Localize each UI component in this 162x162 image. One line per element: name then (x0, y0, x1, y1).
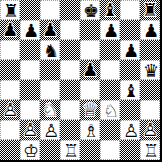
square-d4[interactable] (60, 80, 80, 100)
square-c5[interactable] (40, 60, 60, 80)
white-knight-halo: ♞ (101, 101, 120, 120)
square-a3[interactable]: ♟♙ (0, 100, 20, 120)
black-queen: ♛ (141, 61, 160, 80)
square-e4[interactable] (80, 80, 100, 100)
white-rook: ♖ (141, 141, 160, 160)
black-pawn: ♟ (141, 21, 160, 40)
square-c7[interactable]: ♟♟ (40, 20, 60, 40)
square-h7[interactable]: ♟♟ (140, 20, 160, 40)
square-b6[interactable] (20, 40, 40, 60)
black-rook-halo: ♜ (1, 1, 20, 20)
square-a4[interactable] (0, 80, 20, 100)
square-h1[interactable]: ♜♖ (140, 140, 160, 160)
square-d1[interactable]: ♜♖ (60, 140, 80, 160)
black-king: ♚ (81, 1, 100, 20)
black-bishop: ♝ (121, 81, 140, 100)
white-bishop: ♗ (81, 121, 100, 140)
square-h2[interactable]: ♟♙ (140, 120, 160, 140)
white-pawn-halo: ♟ (121, 121, 140, 140)
square-g1[interactable] (120, 140, 140, 160)
square-h4[interactable] (140, 80, 160, 100)
black-pawn: ♟ (121, 41, 140, 60)
white-pawn-halo: ♟ (0, 100, 20, 120)
white-queen: ♕ (80, 100, 100, 120)
square-g7[interactable] (120, 20, 140, 40)
black-pawn: ♟ (40, 20, 60, 40)
white-pawn: ♙ (0, 100, 20, 120)
black-queen-halo: ♛ (141, 61, 160, 80)
square-d3[interactable] (60, 100, 80, 120)
black-pawn-halo: ♟ (0, 20, 20, 40)
square-c2[interactable]: ♟♙ (40, 120, 60, 140)
square-f6[interactable] (100, 40, 120, 60)
square-d8[interactable] (60, 0, 80, 20)
square-f4[interactable] (100, 80, 120, 100)
square-b2[interactable]: ♟♙ (20, 120, 40, 140)
black-pawn-halo: ♟ (141, 21, 160, 40)
white-knight: ♘ (40, 100, 60, 120)
square-d6[interactable] (60, 40, 80, 60)
white-pawn-halo: ♟ (41, 121, 60, 140)
square-d5[interactable] (60, 60, 80, 80)
square-c6[interactable]: ♞♞ (40, 40, 60, 60)
black-knight-halo: ♞ (41, 41, 60, 60)
chess-board: ♜♜♚♚♝♝♜♜♟♟♟♟♟♟♟♟♟♟♞♞♟♟♟♟♛♛♝♝♟♙♞♘♛♕♞♘♟♙♟♙… (0, 0, 162, 162)
black-rook: ♜ (140, 0, 160, 20)
white-pawn-halo: ♟ (140, 120, 160, 140)
square-h5[interactable]: ♛♛ (140, 60, 160, 80)
square-b7[interactable]: ♟♟ (20, 20, 40, 40)
white-knight: ♘ (101, 101, 120, 120)
black-pawn-halo: ♟ (40, 20, 60, 40)
white-king: ♔ (21, 141, 40, 160)
black-bishop: ♝ (100, 0, 120, 20)
square-d2[interactable] (60, 120, 80, 140)
square-a8[interactable]: ♜♜ (0, 0, 20, 20)
square-g5[interactable] (120, 60, 140, 80)
square-h6[interactable] (140, 40, 160, 60)
black-pawn: ♟ (21, 21, 40, 40)
white-king-halo: ♚ (21, 141, 40, 160)
square-g2[interactable]: ♟♙ (120, 120, 140, 140)
white-rook-halo: ♜ (61, 141, 80, 160)
square-f7[interactable]: ♟♟ (100, 20, 120, 40)
white-bishop-halo: ♝ (81, 121, 100, 140)
square-e5[interactable]: ♟♟ (80, 60, 100, 80)
square-e7[interactable] (80, 20, 100, 40)
square-g8[interactable] (120, 0, 140, 20)
white-queen-halo: ♛ (80, 100, 100, 120)
square-c8[interactable] (40, 0, 60, 20)
black-pawn-halo: ♟ (80, 60, 100, 80)
square-f3[interactable]: ♞♘ (100, 100, 120, 120)
black-pawn: ♟ (80, 60, 100, 80)
black-pawn-halo: ♟ (121, 41, 140, 60)
white-pawn-halo: ♟ (20, 120, 40, 140)
square-e8[interactable]: ♚♚ (80, 0, 100, 20)
black-bishop-halo: ♝ (121, 81, 140, 100)
white-pawn: ♙ (20, 120, 40, 140)
square-e3[interactable]: ♛♕ (80, 100, 100, 120)
white-pawn: ♙ (140, 120, 160, 140)
black-bishop-halo: ♝ (100, 0, 120, 20)
square-a6[interactable] (0, 40, 20, 60)
square-g4[interactable]: ♝♝ (120, 80, 140, 100)
square-c3[interactable]: ♞♘ (40, 100, 60, 120)
black-king-halo: ♚ (81, 1, 100, 20)
white-rook-halo: ♜ (141, 141, 160, 160)
white-rook: ♖ (61, 141, 80, 160)
square-a1[interactable] (0, 140, 20, 160)
square-b3[interactable] (20, 100, 40, 120)
square-a5[interactable] (0, 60, 20, 80)
square-a7[interactable]: ♟♟ (0, 20, 20, 40)
white-pawn: ♙ (121, 121, 140, 140)
black-pawn-halo: ♟ (21, 21, 40, 40)
square-f5[interactable] (100, 60, 120, 80)
square-d7[interactable] (60, 20, 80, 40)
black-knight: ♞ (41, 41, 60, 60)
square-e1[interactable] (80, 140, 100, 160)
square-e6[interactable] (80, 40, 100, 60)
black-pawn-halo: ♟ (101, 21, 120, 40)
square-f8[interactable]: ♝♝ (100, 0, 120, 20)
square-h8[interactable]: ♜♜ (140, 0, 160, 20)
square-b4[interactable] (20, 80, 40, 100)
square-c1[interactable] (40, 140, 60, 160)
black-pawn: ♟ (0, 20, 20, 40)
white-pawn: ♙ (41, 121, 60, 140)
square-b5[interactable] (20, 60, 40, 80)
square-a2[interactable] (0, 120, 20, 140)
square-f2[interactable] (100, 120, 120, 140)
square-e2[interactable]: ♝♗ (80, 120, 100, 140)
black-pawn: ♟ (101, 21, 120, 40)
square-c4[interactable] (40, 80, 60, 100)
square-g3[interactable] (120, 100, 140, 120)
square-b8[interactable] (20, 0, 40, 20)
square-g6[interactable]: ♟♟ (120, 40, 140, 60)
square-b1[interactable]: ♚♔ (20, 140, 40, 160)
black-rook: ♜ (1, 1, 20, 20)
black-rook-halo: ♜ (140, 0, 160, 20)
white-knight-halo: ♞ (40, 100, 60, 120)
square-f1[interactable] (100, 140, 120, 160)
square-h3[interactable] (140, 100, 160, 120)
